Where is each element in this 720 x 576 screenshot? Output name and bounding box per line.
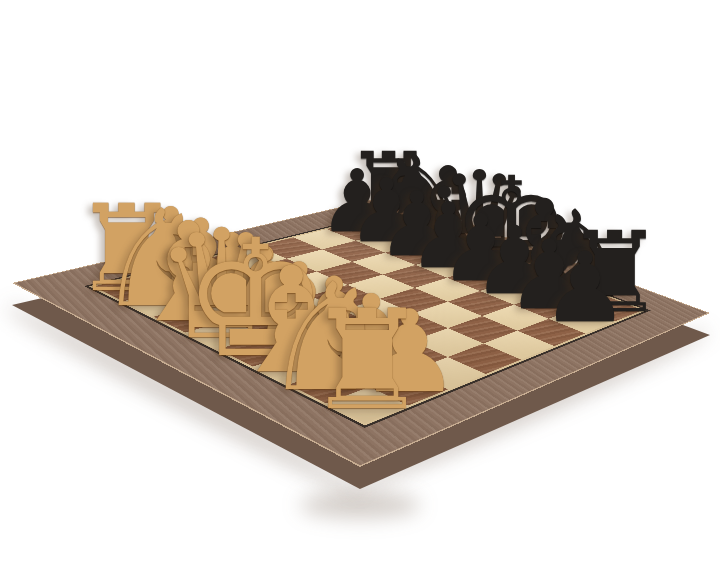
board-cast-shadow-corner	[300, 492, 420, 518]
chess-set-photo: ♜♟♞♟♝♟♛♟♚♟♟♝♜♟♟♞♞♟♟♜♝♟♟♛♟♚♟♝♟♞♟♜	[0, 0, 720, 576]
chess-board-frame	[12, 195, 710, 467]
